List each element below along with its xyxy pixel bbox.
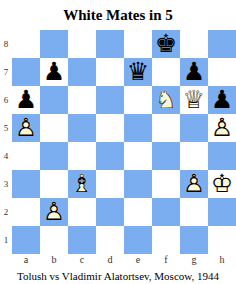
square-d6 (96, 86, 124, 114)
file-label-g: g (180, 254, 208, 268)
white-pawn-outline-layer: ♙ (40, 198, 68, 226)
square-h3: ♚♔ (208, 170, 236, 198)
square-f5 (152, 114, 180, 142)
square-a8 (12, 30, 40, 58)
square-f7 (152, 58, 180, 86)
square-c4 (68, 142, 96, 170)
rank-label-3: 3 (0, 170, 12, 198)
white-knight-f6: ♞♘ (152, 86, 180, 114)
square-h5: ♟♙ (208, 114, 236, 142)
square-b1 (40, 226, 68, 254)
black-king-f8: ♚ (152, 30, 180, 58)
game-caption: Tolush vs Vladimir Alatortsev, Moscow, 1… (0, 270, 236, 282)
square-a3 (12, 170, 40, 198)
board-corner-spacer (0, 254, 12, 268)
square-e6 (124, 86, 152, 114)
square-a4 (12, 142, 40, 170)
square-h8 (208, 30, 236, 58)
square-f3 (152, 170, 180, 198)
square-h1 (208, 226, 236, 254)
white-bishop-outline-layer: ♗ (68, 170, 96, 198)
square-g6: ♛♕ (180, 86, 208, 114)
file-label-h: h (208, 254, 236, 268)
square-d4 (96, 142, 124, 170)
black-queen-glyph: ♛ (124, 58, 152, 86)
square-h4 (208, 142, 236, 170)
file-label-e: e (124, 254, 152, 268)
white-queen-g6: ♛♕ (180, 86, 208, 114)
square-e1 (124, 226, 152, 254)
rank-label-6: 6 (0, 86, 12, 114)
white-pawn-g3: ♟♙ (180, 170, 208, 198)
file-label-d: d (96, 254, 124, 268)
square-g8 (180, 30, 208, 58)
rank-label-1: 1 (0, 226, 12, 254)
square-g7: ♟ (180, 58, 208, 86)
white-pawn-outline-layer: ♙ (180, 170, 208, 198)
square-a6: ♟ (12, 86, 40, 114)
square-d7 (96, 58, 124, 86)
white-pawn-outline-layer: ♙ (12, 114, 40, 142)
rank-label-4: 4 (0, 142, 12, 170)
black-queen-e7: ♛ (124, 58, 152, 86)
white-pawn-a5: ♟♙ (12, 114, 40, 142)
file-label-c: c (68, 254, 96, 268)
square-g2 (180, 198, 208, 226)
square-c5 (68, 114, 96, 142)
white-knight-outline-layer: ♘ (152, 86, 180, 114)
square-f2 (152, 198, 180, 226)
black-king-glyph: ♚ (152, 30, 180, 58)
puzzle-page: White Mates in 5 8♚7♟♛♟6♟♞♘♛♕♟5♟♙♟♙43♝♗♟… (0, 0, 236, 284)
square-f4 (152, 142, 180, 170)
square-h6: ♟ (208, 86, 236, 114)
file-label-f: f (152, 254, 180, 268)
square-a2 (12, 198, 40, 226)
black-pawn-h6: ♟ (208, 86, 236, 114)
square-d2 (96, 198, 124, 226)
square-g4 (180, 142, 208, 170)
square-b5 (40, 114, 68, 142)
square-e8 (124, 30, 152, 58)
white-king-outline-layer: ♔ (208, 170, 236, 198)
square-a5: ♟♙ (12, 114, 40, 142)
white-pawn-outline-layer: ♙ (208, 114, 236, 142)
puzzle-title: White Mates in 5 (0, 0, 236, 30)
square-e4 (124, 142, 152, 170)
square-g3: ♟♙ (180, 170, 208, 198)
white-king-h3: ♚♔ (208, 170, 236, 198)
square-e3 (124, 170, 152, 198)
white-queen-outline-layer: ♕ (180, 86, 208, 114)
file-label-a: a (12, 254, 40, 268)
rank-label-7: 7 (0, 58, 12, 86)
square-h7 (208, 58, 236, 86)
square-d1 (96, 226, 124, 254)
square-c6 (68, 86, 96, 114)
square-f8: ♚ (152, 30, 180, 58)
square-b8 (40, 30, 68, 58)
white-pawn-h5: ♟♙ (208, 114, 236, 142)
square-b2: ♟♙ (40, 198, 68, 226)
square-b7: ♟ (40, 58, 68, 86)
square-c2 (68, 198, 96, 226)
white-bishop-c3: ♝♗ (68, 170, 96, 198)
square-e5 (124, 114, 152, 142)
black-pawn-glyph: ♟ (40, 58, 68, 86)
rank-label-2: 2 (0, 198, 12, 226)
square-b3 (40, 170, 68, 198)
black-pawn-a6: ♟ (12, 86, 40, 114)
square-g5 (180, 114, 208, 142)
square-b6 (40, 86, 68, 114)
square-c1 (68, 226, 96, 254)
black-pawn-glyph: ♟ (12, 86, 40, 114)
square-g1 (180, 226, 208, 254)
black-pawn-b7: ♟ (40, 58, 68, 86)
white-pawn-b2: ♟♙ (40, 198, 68, 226)
square-a1 (12, 226, 40, 254)
rank-label-5: 5 (0, 114, 12, 142)
square-f1 (152, 226, 180, 254)
black-pawn-g7: ♟ (180, 58, 208, 86)
square-e2 (124, 198, 152, 226)
square-f6: ♞♘ (152, 86, 180, 114)
square-d3 (96, 170, 124, 198)
square-h2 (208, 198, 236, 226)
square-c8 (68, 30, 96, 58)
file-label-b: b (40, 254, 68, 268)
square-a7 (12, 58, 40, 86)
square-c3: ♝♗ (68, 170, 96, 198)
square-e7: ♛ (124, 58, 152, 86)
black-pawn-glyph: ♟ (180, 58, 208, 86)
square-d5 (96, 114, 124, 142)
chess-board: 8♚7♟♛♟6♟♞♘♛♕♟5♟♙♟♙43♝♗♟♙♚♔2♟♙1abcdefgh (0, 30, 236, 268)
square-b4 (40, 142, 68, 170)
square-d8 (96, 30, 124, 58)
square-c7 (68, 58, 96, 86)
rank-label-8: 8 (0, 30, 12, 58)
black-pawn-glyph: ♟ (208, 86, 236, 114)
